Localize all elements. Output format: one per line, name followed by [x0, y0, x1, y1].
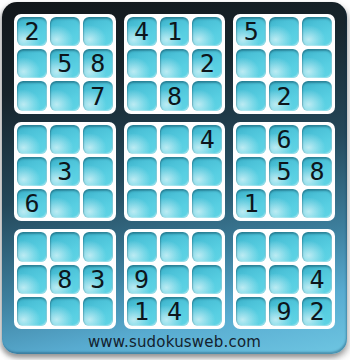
cell-r5c1[interactable] [17, 157, 47, 186]
cell-r1c6[interactable] [192, 17, 222, 46]
cell-r9c1[interactable] [17, 297, 47, 326]
box-5: 4 [124, 122, 226, 222]
cell-r2c4[interactable] [127, 49, 157, 78]
cell-r5c5[interactable] [160, 157, 190, 186]
cell-r6c4[interactable] [127, 189, 157, 218]
cell-r1c9[interactable] [302, 17, 332, 46]
cell-r1c1[interactable]: 2 [17, 17, 47, 46]
cell-r3c3[interactable]: 7 [83, 81, 113, 110]
cell-r9c8[interactable]: 9 [269, 297, 299, 326]
cell-r3c8[interactable]: 2 [269, 81, 299, 110]
cell-r9c7[interactable] [236, 297, 266, 326]
cell-r5c9[interactable]: 8 [302, 157, 332, 186]
cell-r4c4[interactable] [127, 125, 157, 154]
cell-r6c1[interactable]: 6 [17, 189, 47, 218]
cell-r4c8[interactable]: 6 [269, 125, 299, 154]
cell-r8c3[interactable]: 3 [83, 265, 113, 294]
cell-r2c7[interactable] [236, 49, 266, 78]
cell-r6c8[interactable] [269, 189, 299, 218]
cell-r2c8[interactable] [269, 49, 299, 78]
cell-r7c1[interactable] [17, 232, 47, 261]
cell-r1c5[interactable]: 1 [160, 17, 190, 46]
cell-r3c4[interactable] [127, 81, 157, 110]
cell-r6c5[interactable] [160, 189, 190, 218]
cell-r7c7[interactable] [236, 232, 266, 261]
cell-r3c6[interactable] [192, 81, 222, 110]
cell-r5c7[interactable] [236, 157, 266, 186]
cell-r7c2[interactable] [50, 232, 80, 261]
cell-r5c6[interactable] [192, 157, 222, 186]
cell-r1c4[interactable]: 4 [127, 17, 157, 46]
cell-r6c2[interactable] [50, 189, 80, 218]
cell-r6c7[interactable]: 1 [236, 189, 266, 218]
cell-r5c4[interactable] [127, 157, 157, 186]
cell-r8c2[interactable]: 8 [50, 265, 80, 294]
cell-r7c4[interactable] [127, 232, 157, 261]
cell-r8c9[interactable]: 4 [302, 265, 332, 294]
cell-r9c5[interactable]: 4 [160, 297, 190, 326]
site-link[interactable]: www.sudokusweb.com [88, 333, 261, 351]
box-9: 492 [233, 229, 335, 329]
cell-r2c9[interactable] [302, 49, 332, 78]
cell-r9c4[interactable]: 1 [127, 297, 157, 326]
cell-r6c9[interactable] [302, 189, 332, 218]
cell-r3c9[interactable] [302, 81, 332, 110]
cell-r1c7[interactable]: 5 [236, 17, 266, 46]
box-7: 83 [14, 229, 116, 329]
cell-r8c4[interactable]: 9 [127, 265, 157, 294]
cell-r2c5[interactable] [160, 49, 190, 78]
board-footer: www.sudokusweb.com [2, 329, 347, 354]
sudoku-board: 2587412852364658183914492 www.sudokusweb… [2, 2, 347, 354]
cell-r3c1[interactable] [17, 81, 47, 110]
cell-r3c5[interactable]: 8 [160, 81, 190, 110]
cell-r6c3[interactable] [83, 189, 113, 218]
cell-r2c2[interactable]: 5 [50, 49, 80, 78]
cell-r8c7[interactable] [236, 265, 266, 294]
cell-r4c2[interactable] [50, 125, 80, 154]
cell-r4c3[interactable] [83, 125, 113, 154]
box-8: 914 [124, 229, 226, 329]
cell-r2c1[interactable] [17, 49, 47, 78]
box-4: 36 [14, 122, 116, 222]
cell-r1c2[interactable] [50, 17, 80, 46]
cell-r8c8[interactable] [269, 265, 299, 294]
cell-r5c8[interactable]: 5 [269, 157, 299, 186]
cell-r8c1[interactable] [17, 265, 47, 294]
cell-r2c6[interactable]: 2 [192, 49, 222, 78]
cell-r9c6[interactable] [192, 297, 222, 326]
cell-r7c6[interactable] [192, 232, 222, 261]
cell-r1c8[interactable] [269, 17, 299, 46]
cell-r9c3[interactable] [83, 297, 113, 326]
box-1: 2587 [14, 14, 116, 114]
cell-r4c5[interactable] [160, 125, 190, 154]
cell-r5c2[interactable]: 3 [50, 157, 80, 186]
cell-r4c6[interactable]: 4 [192, 125, 222, 154]
cell-r4c7[interactable] [236, 125, 266, 154]
box-2: 4128 [124, 14, 226, 114]
cell-r3c2[interactable] [50, 81, 80, 110]
cell-r2c3[interactable]: 8 [83, 49, 113, 78]
box-3: 52 [233, 14, 335, 114]
cell-r7c3[interactable] [83, 232, 113, 261]
board-grid: 2587412852364658183914492 [14, 14, 335, 329]
cell-r3c7[interactable] [236, 81, 266, 110]
cell-r7c9[interactable] [302, 232, 332, 261]
cell-r8c5[interactable] [160, 265, 190, 294]
cell-r4c9[interactable] [302, 125, 332, 154]
cell-r8c6[interactable] [192, 265, 222, 294]
box-6: 6581 [233, 122, 335, 222]
cell-r7c5[interactable] [160, 232, 190, 261]
cell-r6c6[interactable] [192, 189, 222, 218]
cell-r4c1[interactable] [17, 125, 47, 154]
cell-r9c2[interactable] [50, 297, 80, 326]
cell-r1c3[interactable] [83, 17, 113, 46]
cell-r9c9[interactable]: 2 [302, 297, 332, 326]
cell-r7c8[interactable] [269, 232, 299, 261]
cell-r5c3[interactable] [83, 157, 113, 186]
